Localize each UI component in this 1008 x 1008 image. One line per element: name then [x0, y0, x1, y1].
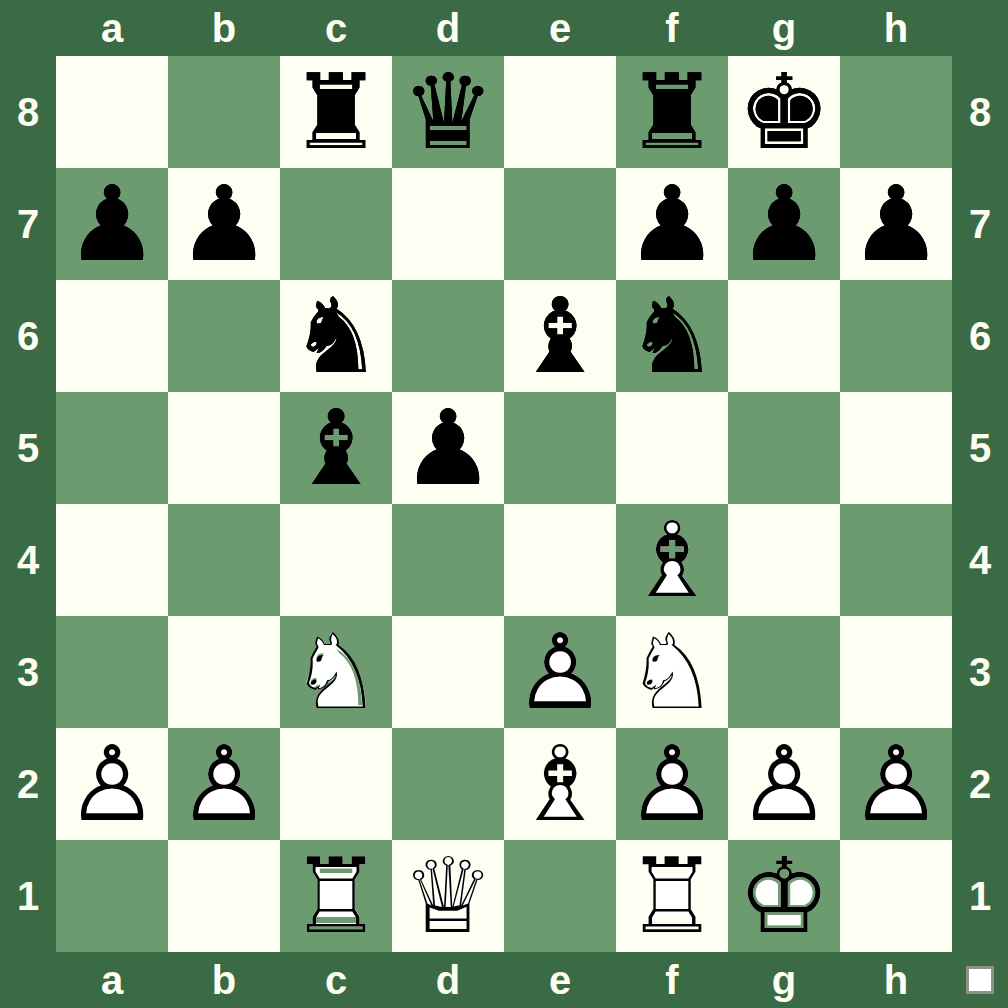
piece-white-pawn[interactable]: ♟♙: [840, 728, 952, 840]
square-f5[interactable]: [616, 392, 728, 504]
file-label-top-f: f: [616, 0, 728, 56]
black-rook-icon: ♜: [280, 56, 392, 168]
rank-label-right-2: 2: [952, 728, 1008, 840]
file-label-top-c: c: [280, 0, 392, 56]
piece-white-rook[interactable]: ♜♖: [616, 840, 728, 952]
square-g3[interactable]: [728, 616, 840, 728]
black-king-icon: ♚: [728, 56, 840, 168]
file-label-bottom-f: f: [616, 952, 728, 1008]
white-pawn-icon: ♙: [616, 728, 728, 840]
square-h7[interactable]: ♟♟: [840, 168, 952, 280]
piece-white-bishop[interactable]: ♝♗: [504, 728, 616, 840]
piece-white-pawn[interactable]: ♟♙: [504, 616, 616, 728]
square-d1[interactable]: ♛♕: [392, 840, 504, 952]
piece-white-rook[interactable]: ♜♖: [280, 840, 392, 952]
file-label-bottom-b: b: [168, 952, 280, 1008]
square-g8[interactable]: ♚♚: [728, 56, 840, 168]
file-label-top-h: h: [840, 0, 952, 56]
square-d6[interactable]: [392, 280, 504, 392]
black-pawn-icon: ♟: [168, 168, 280, 280]
square-e2[interactable]: ♝♗: [504, 728, 616, 840]
piece-white-pawn[interactable]: ♟♙: [728, 728, 840, 840]
white-queen-icon: ♕: [392, 840, 504, 952]
piece-white-pawn[interactable]: ♟♙: [56, 728, 168, 840]
rank-labels-right: 87654321: [952, 56, 1008, 952]
square-b7[interactable]: ♟♟: [168, 168, 280, 280]
rank-label-right-4: 4: [952, 504, 1008, 616]
rank-label-left-4: 4: [0, 504, 56, 616]
file-label-bottom-h: h: [840, 952, 952, 1008]
piece-white-knight[interactable]: ♞♘: [616, 616, 728, 728]
black-queen-icon: ♛: [392, 56, 504, 168]
rank-label-left-1: 1: [0, 840, 56, 952]
file-label-bottom-a: a: [56, 952, 168, 1008]
square-a8[interactable]: [56, 56, 168, 168]
black-bishop-icon: ♝: [504, 280, 616, 392]
square-b4[interactable]: [168, 504, 280, 616]
white-knight-icon: ♘: [280, 616, 392, 728]
file-label-bottom-d: d: [392, 952, 504, 1008]
black-pawn-icon: ♟: [392, 392, 504, 504]
white-pawn-icon: ♙: [56, 728, 168, 840]
square-g6[interactable]: [728, 280, 840, 392]
square-h6[interactable]: [840, 280, 952, 392]
black-pawn-icon: ♟: [728, 168, 840, 280]
rank-label-right-1: 1: [952, 840, 1008, 952]
square-d4[interactable]: [392, 504, 504, 616]
rank-label-left-8: 8: [0, 56, 56, 168]
white-pawn-icon: ♙: [728, 728, 840, 840]
square-a6[interactable]: [56, 280, 168, 392]
file-label-top-a: a: [56, 0, 168, 56]
square-h3[interactable]: [840, 616, 952, 728]
square-e3[interactable]: ♟♙: [504, 616, 616, 728]
rank-label-right-8: 8: [952, 56, 1008, 168]
file-label-top-g: g: [728, 0, 840, 56]
rank-label-left-2: 2: [0, 728, 56, 840]
square-g1[interactable]: ♚♔: [728, 840, 840, 952]
square-g4[interactable]: [728, 504, 840, 616]
square-d8[interactable]: ♛♛: [392, 56, 504, 168]
square-a4[interactable]: [56, 504, 168, 616]
square-c4[interactable]: [280, 504, 392, 616]
square-h5[interactable]: [840, 392, 952, 504]
piece-black-pawn[interactable]: ♟♟: [56, 168, 168, 280]
square-g7[interactable]: ♟♟: [728, 168, 840, 280]
square-b8[interactable]: [168, 56, 280, 168]
square-c8[interactable]: ♜♜: [280, 56, 392, 168]
file-label-top-e: e: [504, 0, 616, 56]
piece-black-pawn[interactable]: ♟♟: [616, 168, 728, 280]
piece-black-rook[interactable]: ♜♜: [616, 56, 728, 168]
black-pawn-icon: ♟: [56, 168, 168, 280]
white-pawn-icon: ♙: [840, 728, 952, 840]
rank-label-right-5: 5: [952, 392, 1008, 504]
square-e1[interactable]: [504, 840, 616, 952]
piece-white-bishop[interactable]: ♝♗: [616, 504, 728, 616]
piece-black-pawn[interactable]: ♟♟: [392, 392, 504, 504]
square-a1[interactable]: [56, 840, 168, 952]
square-b1[interactable]: [168, 840, 280, 952]
white-knight-icon: ♘: [616, 616, 728, 728]
square-g5[interactable]: [728, 392, 840, 504]
square-d7[interactable]: [392, 168, 504, 280]
white-pawn-icon: ♙: [168, 728, 280, 840]
square-c3[interactable]: ♞♘: [280, 616, 392, 728]
square-f4[interactable]: ♝♗: [616, 504, 728, 616]
square-c2[interactable]: [280, 728, 392, 840]
piece-white-queen[interactable]: ♛♕: [392, 840, 504, 952]
square-a5[interactable]: [56, 392, 168, 504]
file-label-bottom-e: e: [504, 952, 616, 1008]
piece-black-rook[interactable]: ♜♜: [280, 56, 392, 168]
black-knight-icon: ♞: [280, 280, 392, 392]
piece-black-bishop[interactable]: ♝♝: [280, 392, 392, 504]
square-h2[interactable]: ♟♙: [840, 728, 952, 840]
square-f7[interactable]: ♟♟: [616, 168, 728, 280]
piece-white-pawn[interactable]: ♟♙: [168, 728, 280, 840]
file-label-top-d: d: [392, 0, 504, 56]
piece-black-pawn[interactable]: ♟♟: [728, 168, 840, 280]
square-h8[interactable]: [840, 56, 952, 168]
piece-white-knight[interactable]: ♞♘: [280, 616, 392, 728]
piece-black-king[interactable]: ♚♚: [728, 56, 840, 168]
square-h4[interactable]: [840, 504, 952, 616]
square-e5[interactable]: [504, 392, 616, 504]
white-rook-icon: ♖: [616, 840, 728, 952]
square-h1[interactable]: [840, 840, 952, 952]
square-b5[interactable]: [168, 392, 280, 504]
chess-board: ♜♜♛♛♜♜♚♚♟♟♟♟♟♟♟♟♟♟♞♞♝♝♞♞♝♝♟♟♝♗♞♘♟♙♞♘♟♙♟♙…: [56, 56, 952, 952]
rank-label-right-3: 3: [952, 616, 1008, 728]
rank-labels-left: 87654321: [0, 56, 56, 952]
black-bishop-icon: ♝: [280, 392, 392, 504]
rank-label-right-6: 6: [952, 280, 1008, 392]
square-f3[interactable]: ♞♘: [616, 616, 728, 728]
black-pawn-icon: ♟: [840, 168, 952, 280]
piece-black-bishop[interactable]: ♝♝: [504, 280, 616, 392]
rank-label-right-7: 7: [952, 168, 1008, 280]
file-label-top-b: b: [168, 0, 280, 56]
file-label-bottom-g: g: [728, 952, 840, 1008]
white-bishop-icon: ♗: [616, 504, 728, 616]
chessboard-frame: abcdefgh 87654321 ♜♜♛♛♜♜♚♚♟♟♟♟♟♟♟♟♟♟♞♞♝♝…: [0, 0, 1008, 1008]
rank-label-left-3: 3: [0, 616, 56, 728]
square-e4[interactable]: [504, 504, 616, 616]
white-king-icon: ♔: [728, 840, 840, 952]
square-d2[interactable]: [392, 728, 504, 840]
square-f6[interactable]: ♞♞: [616, 280, 728, 392]
square-f1[interactable]: ♜♖: [616, 840, 728, 952]
square-f8[interactable]: ♜♜: [616, 56, 728, 168]
rank-label-left-6: 6: [0, 280, 56, 392]
square-e8[interactable]: [504, 56, 616, 168]
black-rook-icon: ♜: [616, 56, 728, 168]
file-labels-top: abcdefgh: [56, 0, 952, 56]
square-d5[interactable]: ♟♟: [392, 392, 504, 504]
square-b3[interactable]: [168, 616, 280, 728]
rank-label-left-7: 7: [0, 168, 56, 280]
white-bishop-icon: ♗: [504, 728, 616, 840]
black-knight-icon: ♞: [616, 280, 728, 392]
square-c1[interactable]: ♜♖: [280, 840, 392, 952]
square-c6[interactable]: ♞♞: [280, 280, 392, 392]
square-b2[interactable]: ♟♙: [168, 728, 280, 840]
piece-black-knight[interactable]: ♞♞: [280, 280, 392, 392]
file-labels-bottom: abcdefgh: [56, 952, 952, 1008]
square-e7[interactable]: [504, 168, 616, 280]
piece-black-knight[interactable]: ♞♞: [616, 280, 728, 392]
square-f2[interactable]: ♟♙: [616, 728, 728, 840]
piece-white-king[interactable]: ♚♔: [728, 840, 840, 952]
square-a3[interactable]: [56, 616, 168, 728]
piece-black-queen[interactable]: ♛♛: [392, 56, 504, 168]
piece-white-pawn[interactable]: ♟♙: [616, 728, 728, 840]
square-c7[interactable]: [280, 168, 392, 280]
black-pawn-icon: ♟: [616, 168, 728, 280]
square-b6[interactable]: [168, 280, 280, 392]
piece-black-pawn[interactable]: ♟♟: [840, 168, 952, 280]
piece-black-pawn[interactable]: ♟♟: [168, 168, 280, 280]
white-rook-icon: ♖: [280, 840, 392, 952]
white-pawn-icon: ♙: [504, 616, 616, 728]
square-e6[interactable]: ♝♝: [504, 280, 616, 392]
square-g2[interactable]: ♟♙: [728, 728, 840, 840]
square-c5[interactable]: ♝♝: [280, 392, 392, 504]
square-d3[interactable]: [392, 616, 504, 728]
square-a2[interactable]: ♟♙: [56, 728, 168, 840]
file-label-bottom-c: c: [280, 952, 392, 1008]
white-to-move-indicator: [966, 966, 994, 994]
rank-label-left-5: 5: [0, 392, 56, 504]
square-a7[interactable]: ♟♟: [56, 168, 168, 280]
